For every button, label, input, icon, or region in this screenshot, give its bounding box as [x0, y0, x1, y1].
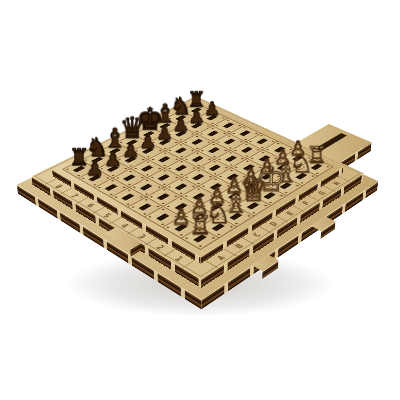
black-pawn-a7[interactable]: ♟	[82, 158, 108, 178]
photo-stage: 87654321 ABCDEFGH ♜♞♝♛♚♝♞♜♟♟♟♟♟♟♟♟♙♙♙♙♙♙…	[0, 0, 400, 400]
scene: 87654321 ABCDEFGH ♜♞♝♛♚♝♞♜♟♟♟♟♟♟♟♟♙♙♙♙♙♙…	[0, 0, 400, 400]
front-tab-right-side	[321, 222, 336, 239]
white-rook-a1[interactable]: ♖	[186, 213, 215, 239]
